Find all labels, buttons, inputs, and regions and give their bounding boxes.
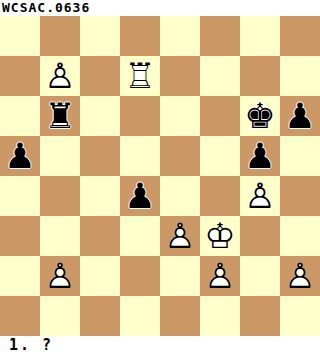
- square-c5[interactable]: [80, 136, 120, 176]
- square-h3[interactable]: [280, 216, 320, 256]
- square-e3[interactable]: ♟♙: [160, 216, 200, 256]
- square-e2[interactable]: [160, 256, 200, 296]
- square-f5[interactable]: [200, 136, 240, 176]
- white-pawn: ♟♙: [280, 256, 320, 296]
- square-f4[interactable]: [200, 176, 240, 216]
- square-e4[interactable]: [160, 176, 200, 216]
- square-b6[interactable]: ♜: [40, 96, 80, 136]
- white-pawn-outline: ♙: [40, 256, 80, 296]
- square-c1[interactable]: [80, 296, 120, 336]
- black-rook-glyph: ♜: [40, 96, 80, 136]
- square-a2[interactable]: [0, 256, 40, 296]
- square-h4[interactable]: [280, 176, 320, 216]
- square-d4[interactable]: ♟: [120, 176, 160, 216]
- square-f6[interactable]: [200, 96, 240, 136]
- square-g5[interactable]: ♟: [240, 136, 280, 176]
- white-king-outline: ♔: [200, 216, 240, 256]
- puzzle-title: WCSAC.0636: [0, 0, 320, 16]
- square-b4[interactable]: [40, 176, 80, 216]
- square-f7[interactable]: [200, 56, 240, 96]
- square-h8[interactable]: [280, 16, 320, 56]
- white-pawn: ♟♙: [240, 176, 280, 216]
- white-pawn: ♟♙: [200, 256, 240, 296]
- square-g1[interactable]: [240, 296, 280, 336]
- black-pawn-glyph: ♟: [240, 136, 280, 176]
- white-pawn-outline: ♙: [280, 256, 320, 296]
- square-h5[interactable]: [280, 136, 320, 176]
- chess-board: ♟♙♜♖♜♚♟♟♟♟♟♙♟♙♚♔♟♙♟♙♟♙: [0, 16, 320, 336]
- black-king: ♚: [240, 96, 280, 136]
- square-e5[interactable]: [160, 136, 200, 176]
- white-pawn-outline: ♙: [240, 176, 280, 216]
- square-d8[interactable]: [120, 16, 160, 56]
- square-d1[interactable]: [120, 296, 160, 336]
- white-pawn-outline: ♙: [200, 256, 240, 296]
- white-pawn-outline: ♙: [160, 216, 200, 256]
- black-pawn-glyph: ♟: [0, 136, 40, 176]
- black-pawn: ♟: [0, 136, 40, 176]
- square-a1[interactable]: [0, 296, 40, 336]
- square-h6[interactable]: ♟: [280, 96, 320, 136]
- square-d7[interactable]: ♜♖: [120, 56, 160, 96]
- chess-diagram-screen: WCSAC.0636 ♟♙♜♖♜♚♟♟♟♟♟♙♟♙♚♔♟♙♟♙♟♙ 1. ?: [0, 0, 320, 360]
- white-pawn: ♟♙: [40, 56, 80, 96]
- square-e1[interactable]: [160, 296, 200, 336]
- square-b3[interactable]: [40, 216, 80, 256]
- square-d6[interactable]: [120, 96, 160, 136]
- square-c6[interactable]: [80, 96, 120, 136]
- square-h2[interactable]: ♟♙: [280, 256, 320, 296]
- black-pawn: ♟: [240, 136, 280, 176]
- black-pawn: ♟: [120, 176, 160, 216]
- black-pawn: ♟: [280, 96, 320, 136]
- square-c3[interactable]: [80, 216, 120, 256]
- square-c2[interactable]: [80, 256, 120, 296]
- square-h7[interactable]: [280, 56, 320, 96]
- white-king: ♚♔: [200, 216, 240, 256]
- square-d2[interactable]: [120, 256, 160, 296]
- square-b2[interactable]: ♟♙: [40, 256, 80, 296]
- square-g3[interactable]: [240, 216, 280, 256]
- square-g6[interactable]: ♚: [240, 96, 280, 136]
- black-rook: ♜: [40, 96, 80, 136]
- square-b5[interactable]: [40, 136, 80, 176]
- white-rook: ♜♖: [120, 56, 160, 96]
- move-prompt: 1. ?: [0, 336, 320, 360]
- square-g8[interactable]: [240, 16, 280, 56]
- square-a4[interactable]: [0, 176, 40, 216]
- black-pawn-glyph: ♟: [280, 96, 320, 136]
- square-a7[interactable]: [0, 56, 40, 96]
- square-b8[interactable]: [40, 16, 80, 56]
- black-pawn-glyph: ♟: [120, 176, 160, 216]
- square-c8[interactable]: [80, 16, 120, 56]
- white-pawn-outline: ♙: [40, 56, 80, 96]
- square-a8[interactable]: [0, 16, 40, 56]
- square-e8[interactable]: [160, 16, 200, 56]
- square-g2[interactable]: [240, 256, 280, 296]
- white-pawn: ♟♙: [40, 256, 80, 296]
- square-f1[interactable]: [200, 296, 240, 336]
- square-f8[interactable]: [200, 16, 240, 56]
- square-g4[interactable]: ♟♙: [240, 176, 280, 216]
- square-a5[interactable]: ♟: [0, 136, 40, 176]
- square-e6[interactable]: [160, 96, 200, 136]
- square-h1[interactable]: [280, 296, 320, 336]
- square-c7[interactable]: [80, 56, 120, 96]
- square-c4[interactable]: [80, 176, 120, 216]
- white-rook-outline: ♖: [120, 56, 160, 96]
- square-f2[interactable]: ♟♙: [200, 256, 240, 296]
- white-pawn: ♟♙: [160, 216, 200, 256]
- square-b1[interactable]: [40, 296, 80, 336]
- square-g7[interactable]: [240, 56, 280, 96]
- square-e7[interactable]: [160, 56, 200, 96]
- square-b7[interactable]: ♟♙: [40, 56, 80, 96]
- square-d3[interactable]: [120, 216, 160, 256]
- square-a3[interactable]: [0, 216, 40, 256]
- square-d5[interactable]: [120, 136, 160, 176]
- square-f3[interactable]: ♚♔: [200, 216, 240, 256]
- black-king-glyph: ♚: [240, 96, 280, 136]
- square-a6[interactable]: [0, 96, 40, 136]
